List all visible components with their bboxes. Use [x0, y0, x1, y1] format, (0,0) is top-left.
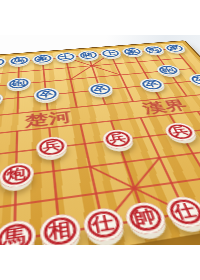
piece-character: 將 [82, 52, 95, 58]
piece-character: 士 [104, 50, 117, 56]
photo-margin-top [0, 0, 200, 35]
piece-character: 兵 [42, 140, 60, 153]
piece-character: 車 [167, 45, 181, 50]
piece-character: 象 [125, 49, 139, 54]
xiangqi-board: 楚河 漢界 車馬象士將士象馬車砲砲卒卒卒卒卒兵兵兵兵兵炮炮車馬相仕帥仕相馬車 [0, 41, 200, 245]
piece-character: 砲 [160, 66, 176, 73]
piece-character: 卒 [143, 80, 159, 88]
piece-character: 兵 [107, 132, 127, 144]
piece-character: 馬 [146, 47, 160, 52]
photo-margin-bottom [0, 245, 200, 280]
piece-character: 車 [0, 59, 1, 65]
piece-character: 馬 [13, 57, 25, 63]
piece-character: 相 [48, 219, 72, 241]
piece-character: 士 [59, 54, 71, 60]
piece-character: 卒 [192, 76, 200, 83]
piece-character: 砲 [12, 79, 25, 87]
piece-character: 馬 [2, 226, 25, 245]
piece-character: 象 [36, 55, 48, 61]
board-photo-area: 楚河 漢界 車馬象士將士象馬車砲砲卒卒卒卒卒兵兵兵兵兵炮炮車馬相仕帥仕相馬車 [0, 33, 200, 245]
river-label-left: 楚河 [23, 109, 74, 129]
piece-character: 兵 [169, 125, 190, 136]
piece-character: 炮 [6, 166, 25, 181]
piece-character: 仕 [171, 201, 198, 220]
piece-character: 卒 [92, 85, 108, 93]
piece-character: 帥 [131, 207, 157, 227]
piece-character: 仕 [90, 213, 115, 234]
piece-character: 卒 [39, 90, 53, 98]
